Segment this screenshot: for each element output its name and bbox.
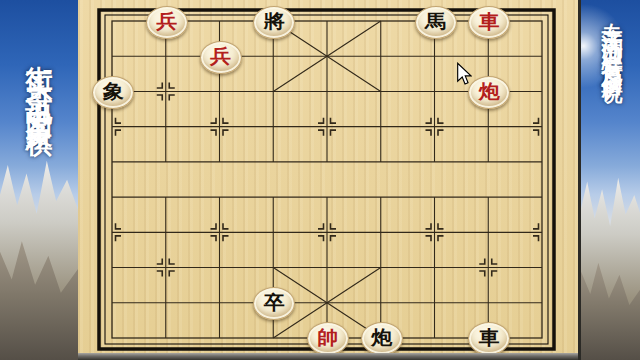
piece-glyph: 炮 bbox=[371, 329, 392, 348]
xiangqi-board[interactable]: 兵將馬車兵象炮卒帥炮車 bbox=[78, 0, 578, 360]
piece-black-elephant[interactable]: 象 bbox=[92, 76, 134, 109]
piece-glyph: 卒 bbox=[264, 294, 285, 313]
piece-glyph: 將 bbox=[264, 12, 285, 31]
piece-red-soldier-2[interactable]: 兵 bbox=[200, 41, 242, 74]
piece-glyph: 車 bbox=[479, 12, 500, 31]
piece-glyph: 車 bbox=[479, 329, 500, 348]
video-frame: 街头一哥说中国象棋 兵將馬車兵象炮卒帥炮車 专注于潮汕口音特色原创解说 bbox=[0, 0, 640, 360]
board-bottom-edge bbox=[78, 353, 578, 360]
piece-glyph: 兵 bbox=[210, 48, 231, 67]
piece-glyph: 馬 bbox=[425, 12, 446, 31]
board-grid bbox=[78, 0, 578, 360]
piece-glyph: 炮 bbox=[479, 83, 500, 102]
piece-red-chariot[interactable]: 車 bbox=[468, 6, 510, 39]
piece-red-soldier-1[interactable]: 兵 bbox=[146, 6, 188, 39]
piece-glyph: 帥 bbox=[318, 329, 339, 348]
right-banner: 专注于潮汕口音特色原创解说 bbox=[578, 0, 640, 360]
left-banner-text: 街头一哥说中国象棋 bbox=[21, 44, 57, 116]
piece-black-general[interactable]: 將 bbox=[253, 6, 295, 39]
mouse-cursor-icon bbox=[456, 62, 472, 86]
piece-black-horse[interactable]: 馬 bbox=[415, 6, 457, 39]
left-banner: 街头一哥说中国象棋 bbox=[0, 0, 80, 360]
piece-red-cannon[interactable]: 炮 bbox=[468, 76, 510, 109]
piece-glyph: 象 bbox=[103, 83, 124, 102]
piece-glyph: 兵 bbox=[156, 12, 177, 31]
right-banner-text: 专注于潮汕口音特色原创解说 bbox=[598, 6, 626, 71]
